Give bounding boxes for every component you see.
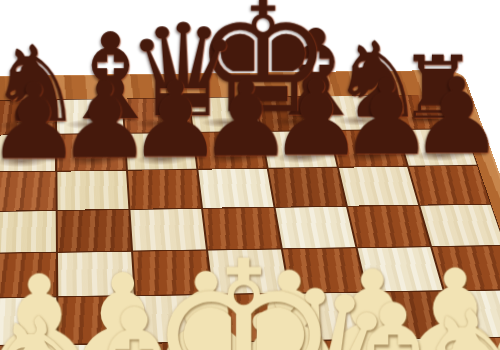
board-grid: ♜♞♝♛♚♝♞♜♟♟♟♟♟♟♟♟♟♟♟♟♟♟♟♟♜♞♝♚♛♝♞♜ <box>0 94 500 350</box>
board-frame: ♜♞♝♛♚♝♞♜♟♟♟♟♟♟♟♟♟♟♟♟♟♟♟♟♜♞♝♚♛♝♞♜ <box>0 70 500 350</box>
chess-photo-scene: ♜♞♝♛♚♝♞♜♟♟♟♟♟♟♟♟♟♟♟♟♟♟♟♟♜♞♝♚♛♝♞♜ <box>0 0 500 350</box>
square-d6 <box>128 170 201 209</box>
square-h6 <box>409 166 490 205</box>
square-e6 <box>198 169 273 208</box>
square-b6 <box>0 172 56 211</box>
square-c6 <box>57 171 128 210</box>
square-f6 <box>269 168 346 207</box>
square-g6 <box>339 167 418 206</box>
